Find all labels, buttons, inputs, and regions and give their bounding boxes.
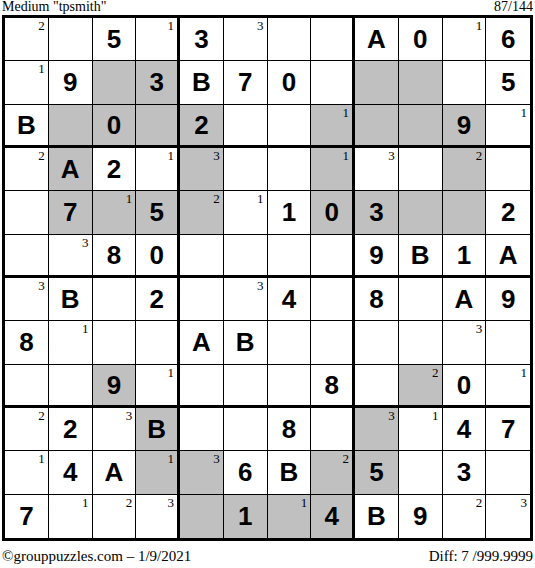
cell-r9c7 (268, 365, 312, 408)
pencil-mark: 1 (168, 366, 175, 379)
cell-r7c6: 3 (224, 278, 268, 321)
given-digit: 0 (107, 112, 121, 138)
cell-r10c12: 7 (486, 408, 530, 451)
cell-r2c1: 1 (5, 61, 49, 104)
cell-r3c11: 9 (443, 105, 487, 148)
cell-r10c8 (311, 408, 355, 451)
cell-r5c8: 0 (311, 191, 355, 234)
cell-r5c3: 1 (93, 191, 137, 234)
cell-r6c3: 8 (93, 235, 137, 278)
given-digit: 9 (457, 112, 471, 138)
given-digit: 3 (457, 459, 471, 485)
cell-r3c10 (399, 105, 443, 148)
cell-r11c10 (399, 451, 443, 494)
given-digit: B (411, 242, 430, 268)
cell-r11c7: B (268, 451, 312, 494)
cell-r2c6: 7 (224, 61, 268, 104)
given-digit: 8 (107, 242, 121, 268)
pencil-mark: 2 (38, 149, 45, 162)
given-digit: 6 (501, 26, 515, 52)
given-digit: 4 (282, 286, 296, 312)
cell-r1c9: A (355, 18, 399, 61)
given-digit: 5 (369, 459, 383, 485)
cell-r6c7 (268, 235, 312, 278)
cell-r7c12: 9 (486, 278, 530, 321)
cell-r12c12: 3 (486, 495, 530, 538)
cell-r4c2: A (49, 148, 93, 191)
cell-r9c6 (224, 365, 268, 408)
given-digit: A (367, 26, 386, 52)
pencil-mark: 1 (343, 106, 350, 119)
cell-r11c1: 1 (5, 451, 49, 494)
cell-r3c3: 0 (93, 105, 137, 148)
given-digit: 3 (149, 69, 163, 95)
pencil-mark: 1 (38, 452, 45, 465)
pencil-mark: 1 (82, 496, 89, 509)
cell-r8c1: 8 (5, 321, 49, 364)
cell-r7c1: 3 (5, 278, 49, 321)
blanks-counter: 87/144 (494, 0, 533, 14)
given-digit: 7 (238, 69, 252, 95)
given-digit: 2 (501, 199, 515, 225)
given-digit: 0 (457, 372, 471, 398)
pencil-mark: 3 (388, 409, 395, 422)
cell-r10c6 (224, 408, 268, 451)
cell-r9c1 (5, 365, 49, 408)
given-digit: 4 (324, 503, 338, 529)
given-digit: 4 (63, 459, 77, 485)
puzzle-footer: ©grouppuzzles.com – 1/9/2021 Diff: 7 /99… (2, 548, 533, 564)
cell-r8c6: B (224, 321, 268, 364)
pencil-mark: 2 (476, 496, 483, 509)
cell-r11c11: 3 (443, 451, 487, 494)
cell-r1c5: 3 (180, 18, 224, 61)
cell-r9c2 (49, 365, 93, 408)
cell-r6c10: B (399, 235, 443, 278)
cell-r8c5: A (180, 321, 224, 364)
given-digit: A (499, 242, 518, 268)
cell-r5c12: 2 (486, 191, 530, 234)
cell-r1c7 (268, 18, 312, 61)
cell-r10c4: B (136, 408, 180, 451)
cell-r7c5 (180, 278, 224, 321)
sudoku-board: 25133A016193B705B021912A2131327152110323… (2, 15, 533, 541)
cell-r10c10: 1 (399, 408, 443, 451)
cell-r9c11: 0 (443, 365, 487, 408)
cell-r2c10 (399, 61, 443, 104)
given-digit: B (279, 459, 298, 485)
cell-r10c9: 3 (355, 408, 399, 451)
cell-r1c8 (311, 18, 355, 61)
cell-r3c7 (268, 105, 312, 148)
given-digit: 9 (369, 242, 383, 268)
cell-r12c7: 1 (268, 495, 312, 538)
puzzle-header: Medium "tpsmith" 87/144 (2, 0, 533, 15)
cell-r6c9: 9 (355, 235, 399, 278)
cell-r2c8 (311, 61, 355, 104)
cell-r2c2: 9 (49, 61, 93, 104)
given-digit: 3 (369, 199, 383, 225)
given-digit: A (104, 459, 123, 485)
cell-r6c11: 1 (443, 235, 487, 278)
cell-r1c10: 0 (399, 18, 443, 61)
cell-r8c7 (268, 321, 312, 364)
cell-r7c10 (399, 278, 443, 321)
cell-r9c9 (355, 365, 399, 408)
given-digit: 1 (282, 199, 296, 225)
cell-r10c3: 3 (93, 408, 137, 451)
pencil-mark: 1 (343, 149, 350, 162)
cell-r12c6: 1 (224, 495, 268, 538)
given-digit: 9 (63, 69, 77, 95)
given-digit: A (454, 286, 473, 312)
given-digit: B (192, 69, 211, 95)
cell-r5c4: 5 (136, 191, 180, 234)
given-digit: 0 (413, 26, 427, 52)
cell-r3c9 (355, 105, 399, 148)
cell-r12c9: B (355, 495, 399, 538)
cell-r7c4: 2 (136, 278, 180, 321)
cell-r11c9: 5 (355, 451, 399, 494)
cell-r4c10 (399, 148, 443, 191)
given-digit: 5 (501, 69, 515, 95)
cell-r8c12 (486, 321, 530, 364)
cell-r9c8: 8 (311, 365, 355, 408)
pencil-mark: 3 (126, 409, 133, 422)
cell-r3c8: 1 (311, 105, 355, 148)
given-digit: 8 (282, 416, 296, 442)
cell-r5c10 (399, 191, 443, 234)
cell-r6c4: 0 (136, 235, 180, 278)
cell-r7c7: 4 (268, 278, 312, 321)
given-digit: 2 (107, 156, 121, 182)
given-digit: B (17, 112, 36, 138)
pencil-mark: 3 (257, 19, 264, 32)
cell-r9c5 (180, 365, 224, 408)
pencil-mark: 1 (168, 452, 175, 465)
cell-r2c7: 0 (268, 61, 312, 104)
cell-r6c8 (311, 235, 355, 278)
pencil-mark: 3 (213, 452, 220, 465)
given-digit: A (192, 329, 211, 355)
cell-r4c5: 3 (180, 148, 224, 191)
given-digit: 1 (457, 242, 471, 268)
given-digit: 0 (324, 199, 338, 225)
cell-r12c2: 1 (49, 495, 93, 538)
cell-r10c5 (180, 408, 224, 451)
cell-r6c1 (5, 235, 49, 278)
cell-r4c12 (486, 148, 530, 191)
cell-r1c2 (49, 18, 93, 61)
cell-r4c4: 1 (136, 148, 180, 191)
pencil-mark: 3 (38, 279, 45, 292)
given-digit: 1 (238, 503, 252, 529)
cell-r3c5: 2 (180, 105, 224, 148)
cell-r10c7: 8 (268, 408, 312, 451)
pencil-mark: 1 (168, 19, 175, 32)
given-digit: 9 (413, 503, 427, 529)
cell-r12c10: 9 (399, 495, 443, 538)
pencil-mark: 3 (521, 496, 528, 509)
pencil-mark: 3 (388, 149, 395, 162)
cell-r9c3: 9 (93, 365, 137, 408)
cell-r7c2: B (49, 278, 93, 321)
given-digit: 2 (194, 112, 208, 138)
given-digit: 9 (501, 286, 515, 312)
cell-r11c2: 4 (49, 451, 93, 494)
cell-r7c8 (311, 278, 355, 321)
pencil-mark: 1 (301, 496, 308, 509)
pencil-mark: 1 (126, 192, 133, 205)
cell-r2c11 (443, 61, 487, 104)
cell-r8c8 (311, 321, 355, 364)
cell-r5c2: 7 (49, 191, 93, 234)
given-digit: 2 (63, 416, 77, 442)
given-digit: 2 (149, 286, 163, 312)
cell-r10c11: 4 (443, 408, 487, 451)
cell-r3c12: 1 (486, 105, 530, 148)
given-digit: 7 (501, 416, 515, 442)
given-digit: 6 (238, 459, 252, 485)
given-digit: B (147, 416, 166, 442)
pencil-mark: 3 (213, 149, 220, 162)
pencil-mark: 1 (476, 19, 483, 32)
cell-r3c1: B (5, 105, 49, 148)
cell-r11c4: 1 (136, 451, 180, 494)
cell-r6c6 (224, 235, 268, 278)
cell-r2c9 (355, 61, 399, 104)
puzzle-page: Medium "tpsmith" 87/144 25133A016193B705… (0, 0, 535, 568)
cell-r1c4: 1 (136, 18, 180, 61)
pencil-mark: 1 (521, 106, 528, 119)
cell-r12c1: 7 (5, 495, 49, 538)
cell-r12c8: 4 (311, 495, 355, 538)
copyright-text: ©grouppuzzles.com – 1/9/2021 (2, 548, 191, 564)
pencil-mark: 3 (168, 496, 175, 509)
given-digit: 5 (149, 199, 163, 225)
cell-r6c12: A (486, 235, 530, 278)
cell-r6c2: 3 (49, 235, 93, 278)
cell-r4c9: 3 (355, 148, 399, 191)
cell-r4c7 (268, 148, 312, 191)
given-digit: 0 (149, 242, 163, 268)
given-digit: 4 (457, 416, 471, 442)
pencil-mark: 1 (521, 366, 528, 379)
pencil-mark: 2 (343, 452, 350, 465)
cell-r12c4: 3 (136, 495, 180, 538)
given-digit: 8 (19, 329, 33, 355)
cell-r5c1 (5, 191, 49, 234)
cell-r2c5: B (180, 61, 224, 104)
given-digit: 3 (194, 26, 208, 52)
cell-r4c8: 1 (311, 148, 355, 191)
given-digit: 0 (282, 69, 296, 95)
pencil-mark: 2 (126, 496, 133, 509)
given-digit: B (367, 503, 386, 529)
given-digit: B (61, 286, 80, 312)
cell-r1c11: 1 (443, 18, 487, 61)
pencil-mark: 2 (476, 149, 483, 162)
cell-r7c11: A (443, 278, 487, 321)
cell-r12c3: 2 (93, 495, 137, 538)
pencil-mark: 3 (82, 236, 89, 249)
cell-r8c11: 3 (443, 321, 487, 364)
cell-r5c5: 2 (180, 191, 224, 234)
cell-r1c3: 5 (93, 18, 137, 61)
cell-r2c3 (93, 61, 137, 104)
cell-r11c5: 3 (180, 451, 224, 494)
given-digit: 8 (324, 372, 338, 398)
cell-r1c6: 3 (224, 18, 268, 61)
cell-r9c12: 1 (486, 365, 530, 408)
pencil-mark: 1 (432, 409, 439, 422)
cell-r4c1: 2 (5, 148, 49, 191)
pencil-mark: 2 (213, 192, 220, 205)
cell-r8c3 (93, 321, 137, 364)
given-digit: B (236, 329, 255, 355)
cell-r7c3 (93, 278, 137, 321)
pencil-mark: 1 (257, 192, 264, 205)
cell-r2c12: 5 (486, 61, 530, 104)
pencil-mark: 3 (476, 322, 483, 335)
cell-r7c9: 8 (355, 278, 399, 321)
pencil-mark: 1 (82, 322, 89, 335)
cell-r8c4 (136, 321, 180, 364)
cell-r4c6 (224, 148, 268, 191)
cell-r10c2: 2 (49, 408, 93, 451)
cell-r8c2: 1 (49, 321, 93, 364)
cell-r11c8: 2 (311, 451, 355, 494)
cell-r4c11: 2 (443, 148, 487, 191)
cell-r5c11 (443, 191, 487, 234)
cell-r3c6 (224, 105, 268, 148)
cell-r9c10: 2 (399, 365, 443, 408)
pencil-mark: 1 (168, 149, 175, 162)
cell-r10c1: 2 (5, 408, 49, 451)
cell-r3c2 (49, 105, 93, 148)
cell-r11c3: A (93, 451, 137, 494)
cell-r8c9 (355, 321, 399, 364)
given-digit: 8 (369, 286, 383, 312)
cell-r12c5 (180, 495, 224, 538)
pencil-mark: 3 (257, 279, 264, 292)
cell-r5c7: 1 (268, 191, 312, 234)
cell-r1c1: 2 (5, 18, 49, 61)
given-digit: 7 (63, 199, 77, 225)
puzzle-title: Medium "tpsmith" (2, 0, 106, 14)
cell-r8c10 (399, 321, 443, 364)
cell-r9c4: 1 (136, 365, 180, 408)
given-digit: 9 (107, 372, 121, 398)
given-digit: 7 (19, 503, 33, 529)
cell-r4c3: 2 (93, 148, 137, 191)
cell-r2c4: 3 (136, 61, 180, 104)
cell-r1c12: 6 (486, 18, 530, 61)
cell-r5c9: 3 (355, 191, 399, 234)
pencil-mark: 2 (38, 19, 45, 32)
pencil-mark: 1 (38, 62, 45, 75)
cell-r12c11: 2 (443, 495, 487, 538)
cell-r11c6: 6 (224, 451, 268, 494)
cell-r5c6: 1 (224, 191, 268, 234)
cell-r3c4 (136, 105, 180, 148)
pencil-mark: 2 (38, 409, 45, 422)
difficulty-text: Diff: 7 /999.9999 (429, 548, 533, 564)
given-digit: 5 (107, 26, 121, 52)
given-digit: A (61, 156, 80, 182)
cell-r11c12 (486, 451, 530, 494)
cell-r6c5 (180, 235, 224, 278)
pencil-mark: 2 (432, 366, 439, 379)
